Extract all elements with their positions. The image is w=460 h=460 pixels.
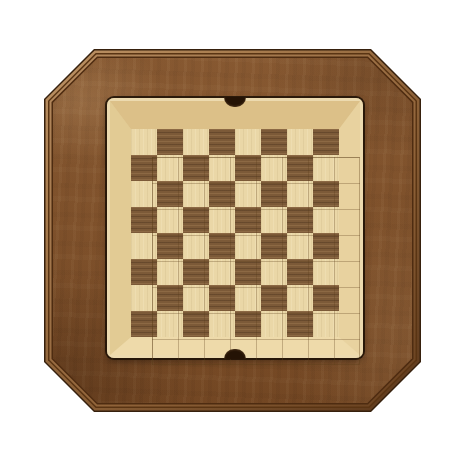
board-square[interactable] — [235, 155, 261, 181]
board-bevel-frame — [110, 101, 360, 355]
board-square[interactable] — [131, 233, 157, 259]
board-square[interactable] — [261, 155, 287, 181]
board-square[interactable] — [261, 259, 287, 285]
board-square[interactable] — [131, 207, 157, 233]
board-square[interactable] — [209, 285, 235, 311]
board-square[interactable] — [157, 311, 183, 337]
board-square[interactable] — [235, 233, 261, 259]
board-square[interactable] — [235, 207, 261, 233]
board-square[interactable] — [287, 233, 313, 259]
board-square[interactable] — [209, 207, 235, 233]
board-square[interactable] — [261, 311, 287, 337]
board-square[interactable] — [261, 207, 287, 233]
board-square[interactable] — [183, 285, 209, 311]
board-square[interactable] — [131, 181, 157, 207]
board-square[interactable] — [209, 311, 235, 337]
board-square[interactable] — [313, 207, 339, 233]
board-square[interactable] — [209, 233, 235, 259]
board-square[interactable] — [131, 155, 157, 181]
board-square[interactable] — [313, 311, 339, 337]
board-square[interactable] — [287, 285, 313, 311]
board-square[interactable] — [261, 181, 287, 207]
board-square[interactable] — [235, 129, 261, 155]
board-square[interactable] — [313, 129, 339, 155]
board-square[interactable] — [313, 233, 339, 259]
board-square[interactable] — [313, 259, 339, 285]
board-square[interactable] — [287, 259, 313, 285]
board-square[interactable] — [157, 285, 183, 311]
board-square[interactable] — [287, 181, 313, 207]
board-square[interactable] — [131, 259, 157, 285]
board-square[interactable] — [235, 259, 261, 285]
board-square[interactable] — [157, 129, 183, 155]
board-square[interactable] — [157, 259, 183, 285]
board-square[interactable] — [183, 155, 209, 181]
board-insert-panel[interactable] — [107, 98, 363, 358]
board-square[interactable] — [183, 233, 209, 259]
board-square[interactable] — [209, 181, 235, 207]
board-square[interactable] — [287, 155, 313, 181]
board-square[interactable] — [131, 285, 157, 311]
board-square[interactable] — [183, 259, 209, 285]
board-square[interactable] — [131, 129, 157, 155]
board-square[interactable] — [157, 233, 183, 259]
board-square[interactable] — [157, 155, 183, 181]
board-square[interactable] — [235, 181, 261, 207]
chess-board[interactable] — [131, 129, 339, 337]
board-square[interactable] — [287, 311, 313, 337]
board-square[interactable] — [157, 207, 183, 233]
board-square[interactable] — [235, 311, 261, 337]
board-square[interactable] — [209, 259, 235, 285]
board-square[interactable] — [209, 129, 235, 155]
board-square[interactable] — [261, 129, 287, 155]
board-square[interactable] — [235, 285, 261, 311]
board-square[interactable] — [209, 155, 235, 181]
board-square[interactable] — [261, 233, 287, 259]
board-square[interactable] — [183, 207, 209, 233]
board-square[interactable] — [287, 129, 313, 155]
board-square[interactable] — [183, 181, 209, 207]
board-square[interactable] — [131, 311, 157, 337]
board-square[interactable] — [157, 181, 183, 207]
product-photo — [0, 0, 460, 460]
board-square[interactable] — [313, 181, 339, 207]
board-square[interactable] — [261, 285, 287, 311]
board-square[interactable] — [183, 311, 209, 337]
board-square[interactable] — [313, 155, 339, 181]
board-square[interactable] — [313, 285, 339, 311]
board-square[interactable] — [183, 129, 209, 155]
board-square[interactable] — [287, 207, 313, 233]
